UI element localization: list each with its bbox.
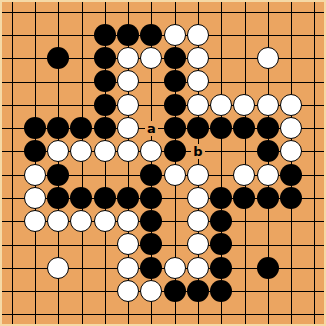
board-point: b <box>186 140 209 163</box>
board-point <box>303 233 326 256</box>
board-point <box>210 0 233 23</box>
board-point <box>70 0 93 23</box>
board-point <box>186 70 209 93</box>
black-stone <box>257 140 279 162</box>
board-point <box>116 256 139 279</box>
white-stone <box>140 47 162 69</box>
board-point <box>279 279 302 302</box>
board-point <box>70 210 93 233</box>
board-point <box>140 279 163 302</box>
board-point <box>0 0 23 23</box>
white-stone <box>187 47 209 69</box>
board-point <box>256 279 279 302</box>
board-point <box>233 163 256 186</box>
board-point <box>186 256 209 279</box>
board-point <box>279 0 302 23</box>
board-point <box>210 210 233 233</box>
board-point <box>163 70 186 93</box>
board-point <box>47 47 70 70</box>
white-stone <box>164 164 186 186</box>
board-point <box>186 47 209 70</box>
board-point <box>186 210 209 233</box>
board-point <box>256 256 279 279</box>
board-point <box>47 210 70 233</box>
board-point <box>303 279 326 302</box>
black-stone <box>24 117 46 139</box>
black-stone <box>233 117 255 139</box>
board-point <box>279 70 302 93</box>
board-point <box>70 303 93 326</box>
white-stone <box>117 94 139 116</box>
board-point <box>303 210 326 233</box>
board-point <box>163 116 186 139</box>
board-point <box>93 70 116 93</box>
board-point <box>279 210 302 233</box>
board-point <box>23 303 46 326</box>
board-point <box>279 93 302 116</box>
board-point <box>233 233 256 256</box>
board-point <box>93 256 116 279</box>
white-stone <box>280 94 302 116</box>
board-point <box>47 256 70 279</box>
board-point <box>233 279 256 302</box>
board-point <box>93 210 116 233</box>
white-stone <box>47 257 69 279</box>
white-stone <box>187 210 209 232</box>
board-point <box>233 93 256 116</box>
board-point <box>23 70 46 93</box>
white-stone <box>233 164 255 186</box>
board-point <box>0 186 23 209</box>
white-stone <box>187 70 209 92</box>
board-point <box>233 23 256 46</box>
black-stone <box>117 24 139 46</box>
board-point <box>140 23 163 46</box>
white-stone <box>140 140 162 162</box>
board-point <box>186 303 209 326</box>
board-point <box>116 233 139 256</box>
board-point <box>233 186 256 209</box>
board-point <box>210 163 233 186</box>
black-stone <box>257 257 279 279</box>
board-point <box>116 116 139 139</box>
board-point <box>140 140 163 163</box>
black-stone <box>187 117 209 139</box>
black-stone <box>210 233 232 255</box>
board-point <box>233 70 256 93</box>
stones-layer: ab <box>0 0 326 326</box>
board-point <box>23 93 46 116</box>
board-point <box>47 140 70 163</box>
black-stone <box>140 233 162 255</box>
white-stone <box>24 187 46 209</box>
board-point <box>140 70 163 93</box>
white-stone <box>117 47 139 69</box>
board-point <box>70 23 93 46</box>
black-stone <box>140 210 162 232</box>
board-point <box>116 23 139 46</box>
board-point <box>0 210 23 233</box>
board-point <box>303 70 326 93</box>
board-point <box>186 186 209 209</box>
board-point <box>210 70 233 93</box>
board-point <box>0 303 23 326</box>
board-point <box>303 140 326 163</box>
white-stone <box>187 257 209 279</box>
board-point <box>93 303 116 326</box>
black-stone <box>94 94 116 116</box>
board-point <box>23 279 46 302</box>
board-point <box>163 140 186 163</box>
board-point <box>233 256 256 279</box>
board-point <box>0 279 23 302</box>
board-point <box>116 186 139 209</box>
black-stone <box>24 140 46 162</box>
white-stone <box>117 70 139 92</box>
white-stone <box>70 210 92 232</box>
board-point <box>210 186 233 209</box>
black-stone <box>280 187 302 209</box>
black-stone <box>94 24 116 46</box>
board-point <box>210 279 233 302</box>
white-stone <box>24 164 46 186</box>
white-stone <box>117 233 139 255</box>
board-point <box>279 233 302 256</box>
white-stone <box>117 210 139 232</box>
board-point <box>0 70 23 93</box>
white-stone <box>187 94 209 116</box>
go-board[interactable]: ab <box>0 0 326 326</box>
white-stone <box>187 24 209 46</box>
black-stone <box>47 47 69 69</box>
point-label-b: b <box>191 144 204 159</box>
board-point <box>256 303 279 326</box>
white-stone <box>117 140 139 162</box>
board-point <box>256 116 279 139</box>
point-label-a: a <box>145 121 158 136</box>
white-stone <box>257 47 279 69</box>
black-stone <box>210 187 232 209</box>
black-stone <box>187 280 209 302</box>
board-point <box>186 163 209 186</box>
board-point <box>23 116 46 139</box>
black-stone <box>164 117 186 139</box>
white-stone <box>140 280 162 302</box>
board-point <box>210 233 233 256</box>
board-point <box>186 116 209 139</box>
board-point <box>93 93 116 116</box>
board-point <box>140 0 163 23</box>
white-stone <box>257 94 279 116</box>
board-point <box>70 93 93 116</box>
white-stone <box>94 210 116 232</box>
go-board-diagram: ab <box>0 0 326 326</box>
white-stone <box>164 257 186 279</box>
board-point <box>47 116 70 139</box>
white-stone <box>187 164 209 186</box>
board-point <box>303 116 326 139</box>
board-point <box>279 140 302 163</box>
white-stone <box>233 94 255 116</box>
board-point <box>186 0 209 23</box>
board-point <box>70 163 93 186</box>
board-point <box>116 163 139 186</box>
board-point <box>116 279 139 302</box>
board-point <box>256 93 279 116</box>
board-point <box>163 163 186 186</box>
board-point <box>116 140 139 163</box>
board-point <box>70 70 93 93</box>
black-stone <box>94 70 116 92</box>
black-stone <box>47 164 69 186</box>
black-stone <box>94 187 116 209</box>
board-point <box>256 140 279 163</box>
board-point <box>93 47 116 70</box>
black-stone <box>233 187 255 209</box>
board-point <box>23 47 46 70</box>
white-stone <box>257 164 279 186</box>
board-point <box>0 116 23 139</box>
black-stone <box>47 187 69 209</box>
black-stone <box>164 140 186 162</box>
board-point <box>210 47 233 70</box>
board-point <box>256 47 279 70</box>
board-point <box>47 23 70 46</box>
board-point <box>47 279 70 302</box>
board-point <box>186 23 209 46</box>
board-point <box>303 0 326 23</box>
black-stone <box>210 257 232 279</box>
white-stone <box>117 257 139 279</box>
board-point <box>23 140 46 163</box>
board-point <box>93 233 116 256</box>
board-point <box>256 70 279 93</box>
board-point <box>233 210 256 233</box>
white-stone <box>187 187 209 209</box>
board-point <box>163 23 186 46</box>
board-point <box>70 186 93 209</box>
white-stone <box>47 140 69 162</box>
black-stone <box>164 70 186 92</box>
board-point <box>140 47 163 70</box>
board-point <box>186 93 209 116</box>
black-stone <box>164 280 186 302</box>
board-point <box>70 47 93 70</box>
board-point <box>256 186 279 209</box>
board-point <box>163 233 186 256</box>
board-point <box>140 93 163 116</box>
board-point <box>163 256 186 279</box>
board-point <box>93 140 116 163</box>
board-point <box>279 47 302 70</box>
board-point <box>163 303 186 326</box>
black-stone <box>164 47 186 69</box>
board-point <box>233 0 256 23</box>
board-point <box>303 93 326 116</box>
board-point <box>163 210 186 233</box>
board-point <box>256 0 279 23</box>
board-point <box>163 93 186 116</box>
board-point <box>93 116 116 139</box>
board-point <box>116 47 139 70</box>
black-stone <box>257 187 279 209</box>
board-point <box>23 0 46 23</box>
board-point <box>23 233 46 256</box>
board-point <box>303 163 326 186</box>
board-point <box>0 233 23 256</box>
board-point <box>279 116 302 139</box>
board-point <box>140 233 163 256</box>
white-stone <box>70 140 92 162</box>
black-stone <box>140 257 162 279</box>
board-point <box>210 140 233 163</box>
board-point <box>23 23 46 46</box>
board-point <box>0 163 23 186</box>
black-stone <box>140 24 162 46</box>
board-point <box>116 303 139 326</box>
board-point <box>140 303 163 326</box>
board-point <box>279 163 302 186</box>
board-point <box>23 210 46 233</box>
board-point <box>303 256 326 279</box>
board-point <box>279 23 302 46</box>
white-stone <box>164 24 186 46</box>
black-stone <box>210 210 232 232</box>
board-point <box>163 47 186 70</box>
board-point <box>70 116 93 139</box>
board-point <box>70 233 93 256</box>
black-stone <box>94 117 116 139</box>
white-stone <box>24 210 46 232</box>
board-point <box>0 47 23 70</box>
board-point <box>93 23 116 46</box>
board-point <box>233 140 256 163</box>
board-point <box>47 233 70 256</box>
board-point <box>0 23 23 46</box>
board-point <box>47 0 70 23</box>
board-point <box>303 303 326 326</box>
board-point <box>116 210 139 233</box>
black-stone <box>280 164 302 186</box>
black-stone <box>140 164 162 186</box>
board-point <box>303 47 326 70</box>
board-point: a <box>140 116 163 139</box>
board-point <box>23 163 46 186</box>
black-stone <box>210 117 232 139</box>
board-point <box>93 0 116 23</box>
white-stone <box>47 210 69 232</box>
board-point <box>279 256 302 279</box>
board-point <box>233 116 256 139</box>
black-stone <box>140 187 162 209</box>
board-point <box>23 256 46 279</box>
white-stone <box>280 117 302 139</box>
board-point <box>256 23 279 46</box>
board-point <box>210 23 233 46</box>
board-point <box>256 163 279 186</box>
board-point <box>70 140 93 163</box>
board-point <box>140 186 163 209</box>
board-point <box>70 256 93 279</box>
board-point <box>23 186 46 209</box>
board-point <box>163 0 186 23</box>
board-point <box>210 303 233 326</box>
black-stone <box>70 187 92 209</box>
black-stone <box>257 117 279 139</box>
board-point <box>0 256 23 279</box>
board-point <box>116 70 139 93</box>
board-point <box>116 0 139 23</box>
black-stone <box>210 280 232 302</box>
board-point <box>47 93 70 116</box>
board-point <box>210 256 233 279</box>
board-point <box>233 303 256 326</box>
black-stone <box>70 117 92 139</box>
board-point <box>116 93 139 116</box>
white-stone <box>117 117 139 139</box>
board-point <box>140 256 163 279</box>
white-stone <box>280 140 302 162</box>
board-point <box>163 279 186 302</box>
board-point <box>93 279 116 302</box>
board-point <box>256 233 279 256</box>
black-stone <box>117 187 139 209</box>
board-point <box>47 163 70 186</box>
board-point <box>233 47 256 70</box>
white-stone <box>187 233 209 255</box>
board-point <box>140 163 163 186</box>
board-point <box>303 186 326 209</box>
board-point <box>0 93 23 116</box>
black-stone <box>164 94 186 116</box>
board-point <box>186 233 209 256</box>
board-point <box>186 279 209 302</box>
board-point <box>256 210 279 233</box>
board-point <box>279 186 302 209</box>
board-point <box>303 23 326 46</box>
black-stone <box>94 47 116 69</box>
board-point <box>210 116 233 139</box>
black-stone <box>47 117 69 139</box>
board-point <box>279 303 302 326</box>
board-point <box>163 186 186 209</box>
white-stone <box>94 140 116 162</box>
board-point <box>47 186 70 209</box>
board-point <box>140 210 163 233</box>
board-point <box>70 279 93 302</box>
board-point <box>47 303 70 326</box>
board-point <box>47 70 70 93</box>
board-point <box>0 140 23 163</box>
white-stone <box>117 280 139 302</box>
board-point <box>93 186 116 209</box>
board-point <box>210 93 233 116</box>
white-stone <box>210 94 232 116</box>
board-point <box>93 163 116 186</box>
